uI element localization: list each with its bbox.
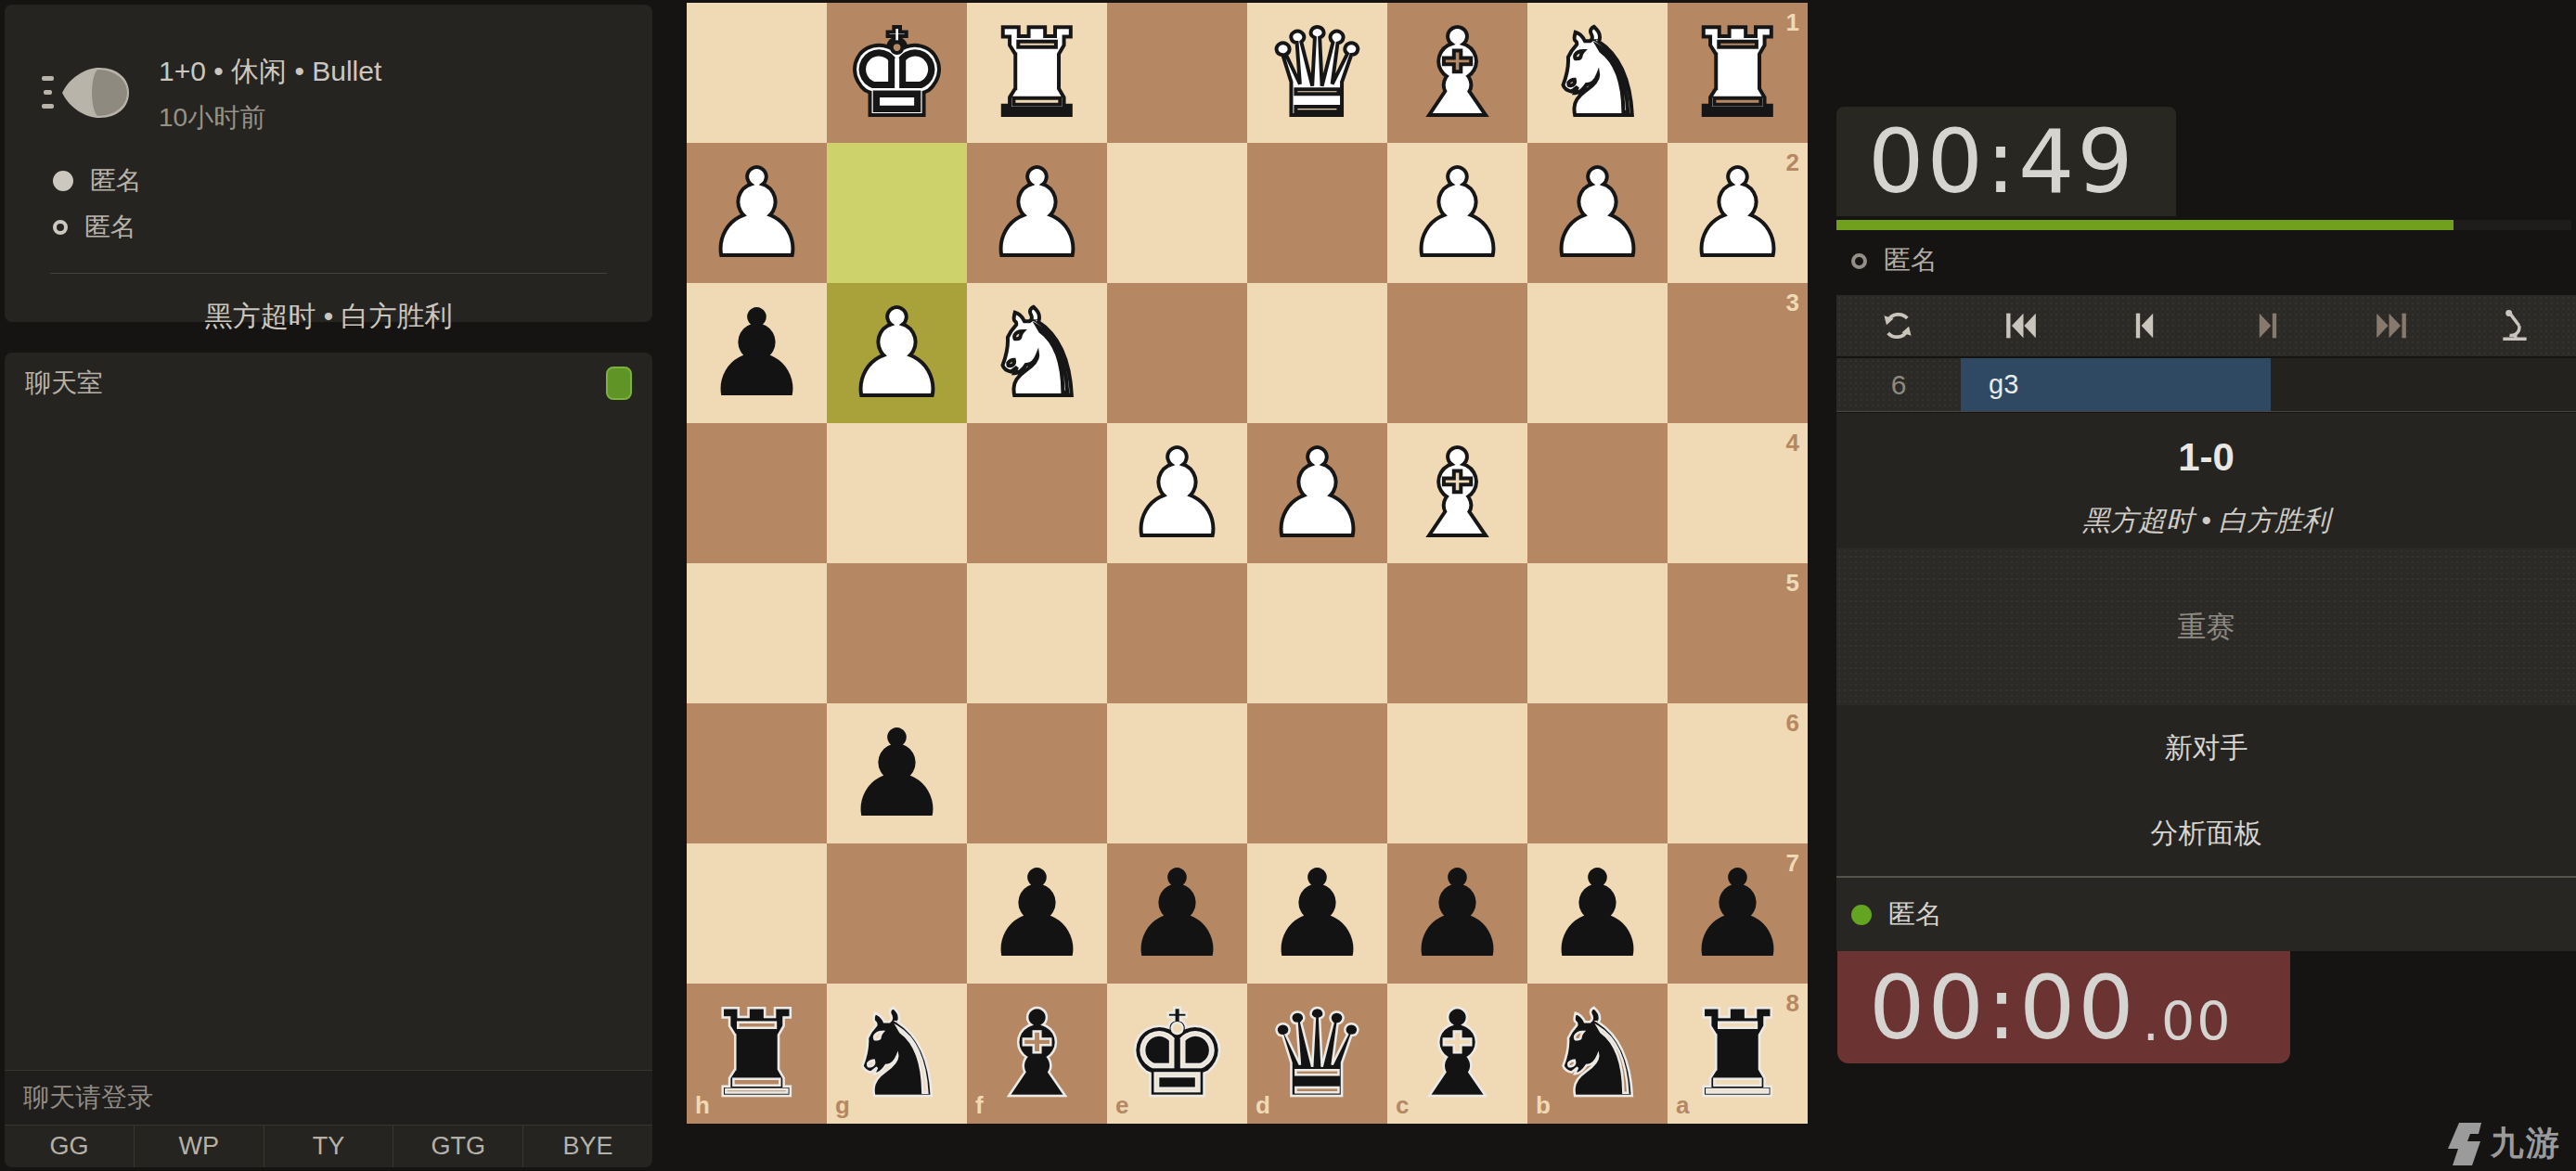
square-a8[interactable]: 8a♜ (1668, 984, 1808, 1124)
file-label-g: g (835, 1093, 850, 1117)
white-player-row: 匿名 (53, 163, 652, 199)
move-list-row: 6 g3 (1836, 358, 2576, 412)
divider (50, 273, 607, 274)
piece-white-pawn[interactable]: ♟ (702, 153, 811, 274)
piece-black-queen[interactable]: ♛ (1263, 994, 1372, 1114)
piece-black-knight[interactable]: ♞ (843, 994, 951, 1114)
square-c1[interactable]: ♝ (1387, 3, 1527, 143)
white-color-disc-icon (53, 171, 73, 191)
bullet-icon (42, 64, 131, 125)
previous-move-button[interactable] (2083, 295, 2207, 356)
chat-login-note: 聊天请登录 (5, 1070, 652, 1125)
next-move-button[interactable] (2206, 295, 2329, 356)
square-g8[interactable]: g♞ (827, 984, 967, 1124)
square-g4[interactable] (827, 423, 967, 563)
new-opponent-button[interactable]: 新对手 (1836, 705, 2576, 791)
piece-white-pawn[interactable]: ♟ (1543, 153, 1652, 274)
follow-up-actions: 新对手 分析面板 (1836, 705, 2576, 876)
piece-white-bishop[interactable]: ♝ (1403, 433, 1512, 554)
square-g1[interactable]: ♚ (827, 3, 967, 143)
game-meta-box: 1+0 • 休闲 • Bullet 10小时前 匿名 匿名 黑方超时 • 白方胜… (5, 5, 652, 322)
next-move-icon (2249, 307, 2286, 344)
last-move-icon (2373, 307, 2410, 344)
square-b1[interactable]: ♞ (1527, 3, 1668, 143)
piece-white-pawn[interactable]: ♟ (843, 293, 951, 414)
rank-label-7: 7 (1786, 851, 1799, 875)
square-h8[interactable]: h♜ (687, 984, 827, 1124)
file-label-f: f (975, 1093, 984, 1117)
file-label-c: c (1396, 1093, 1409, 1117)
square-h2[interactable]: ♟ (687, 143, 827, 283)
white-clock: 00:49 (1836, 107, 2176, 216)
chat-box: 聊天室 聊天请登录 GG WP TY GTG BYE (5, 353, 652, 1167)
flip-board-icon (1880, 308, 1915, 343)
square-d6[interactable] (1247, 703, 1387, 843)
square-a1[interactable]: 1♜ (1668, 3, 1808, 143)
chat-title: 聊天室 (25, 366, 103, 401)
piece-black-rook[interactable]: ♜ (1683, 994, 1792, 1114)
game-setup-text: 1+0 • 休闲 • Bullet (159, 53, 381, 91)
chess-board[interactable]: ♚♜♛♝♞1♜♟♟♟♟2♟♟♟♞3♟♟♝45♟6♟♟♟♟♟7♟h♜g♞f♝e♚d… (687, 3, 1808, 1124)
file-label-h: h (695, 1093, 710, 1117)
move-san-empty (2271, 358, 2576, 411)
black-player-row: 匿名 (53, 210, 652, 245)
square-h6[interactable] (687, 703, 827, 843)
bottom-player-row: 匿名 (1836, 878, 2576, 951)
square-c5[interactable] (1387, 563, 1527, 703)
analysis-panel-button[interactable]: 分析面板 (1836, 791, 2576, 876)
white-player-name: 匿名 (90, 163, 142, 199)
file-label-d: d (1256, 1093, 1270, 1117)
flip-board-button[interactable] (1836, 295, 1960, 356)
file-label-e: e (1115, 1093, 1128, 1117)
square-e3[interactable] (1107, 283, 1247, 423)
square-e1[interactable] (1107, 3, 1247, 143)
square-f6[interactable] (967, 703, 1107, 843)
anonymous-ring-icon (1851, 253, 1867, 269)
piece-white-pawn[interactable]: ♟ (1403, 153, 1512, 274)
black-color-disc-icon (53, 220, 68, 235)
square-h3[interactable]: ♟ (687, 283, 827, 423)
square-g2[interactable] (827, 143, 967, 283)
rank-label-4: 4 (1786, 431, 1799, 455)
watermark-text: 九游 (2491, 1121, 2561, 1166)
square-a2[interactable]: 2♟ (1668, 143, 1808, 283)
replay-controls (1836, 295, 2576, 356)
online-dot-icon (1851, 905, 1872, 925)
square-h5[interactable] (687, 563, 827, 703)
square-b4[interactable] (1527, 423, 1668, 563)
piece-white-queen[interactable]: ♛ (1263, 13, 1372, 134)
square-b6[interactable] (1527, 703, 1668, 843)
rank-label-1: 1 (1786, 10, 1799, 34)
rematch-button[interactable]: 重赛 (1836, 548, 2576, 705)
piece-black-pawn[interactable]: ♟ (702, 293, 811, 414)
chat-quick-wp-button[interactable]: WP (134, 1126, 264, 1167)
white-time-bar-fill (1836, 220, 2454, 230)
piece-black-pawn[interactable]: ♟ (1123, 854, 1231, 974)
result-status-text: 黑方超时 • 白方胜利 (1836, 502, 2576, 540)
square-f4[interactable] (967, 423, 1107, 563)
move-san-active[interactable]: g3 (1961, 358, 2271, 411)
piece-white-pawn[interactable]: ♟ (1123, 433, 1231, 554)
rank-label-6: 6 (1786, 711, 1799, 735)
square-h1[interactable] (687, 3, 827, 143)
square-g6[interactable]: ♟ (827, 703, 967, 843)
piece-white-rook[interactable]: ♜ (1683, 13, 1792, 134)
analysis-board-button[interactable] (2453, 295, 2576, 356)
piece-white-pawn[interactable]: ♟ (1263, 433, 1372, 554)
first-move-button[interactable] (1960, 295, 2083, 356)
previous-move-icon (2126, 307, 2163, 344)
right-sidebar: 00:49 匿名 (1836, 0, 2576, 1171)
square-f3[interactable]: ♞ (967, 283, 1107, 423)
square-e5[interactable] (1107, 563, 1247, 703)
watermark-logo-icon (2446, 1123, 2483, 1165)
game-result-text: 黑方超时 • 白方胜利 (5, 298, 652, 336)
rank-label-3: 3 (1786, 290, 1799, 315)
result-score: 1-0 (1836, 435, 2576, 480)
square-f2[interactable]: ♟ (967, 143, 1107, 283)
square-e8[interactable]: e♚ (1107, 984, 1247, 1124)
square-c4[interactable]: ♝ (1387, 423, 1527, 563)
game-time-ago: 10小时前 (159, 100, 381, 135)
file-label-b: b (1536, 1093, 1551, 1117)
chat-quick-ty-button[interactable]: TY (264, 1126, 393, 1167)
square-c2[interactable]: ♟ (1387, 143, 1527, 283)
rank-label-5: 5 (1786, 571, 1799, 595)
square-c6[interactable] (1387, 703, 1527, 843)
last-move-button[interactable] (2329, 295, 2453, 356)
move-number: 6 (1836, 358, 1961, 411)
square-h4[interactable] (687, 423, 827, 563)
result-box: 1-0 黑方超时 • 白方胜利 (1836, 413, 2576, 548)
square-b3[interactable] (1527, 283, 1668, 423)
chat-quick-bye-button[interactable]: BYE (522, 1126, 652, 1167)
piece-black-pawn[interactable]: ♟ (1543, 854, 1652, 974)
square-a5[interactable]: 5 (1668, 563, 1808, 703)
square-g3[interactable]: ♟ (827, 283, 967, 423)
chat-quick-buttons: GG WP TY GTG BYE (5, 1125, 652, 1167)
square-d5[interactable] (1247, 563, 1387, 703)
piece-black-rook[interactable]: ♜ (702, 994, 811, 1114)
piece-black-pawn[interactable]: ♟ (1403, 854, 1512, 974)
piece-black-king[interactable]: ♚ (1123, 994, 1231, 1114)
square-h7[interactable] (687, 843, 827, 984)
chat-quick-gg-button[interactable]: GG (5, 1126, 134, 1167)
black-player-name: 匿名 (84, 210, 136, 245)
first-move-icon (2003, 307, 2040, 344)
square-c7[interactable]: ♟ (1387, 843, 1527, 984)
site-watermark: 九游 (2446, 1121, 2561, 1166)
piece-white-pawn[interactable]: ♟ (983, 153, 1091, 274)
square-g7[interactable] (827, 843, 967, 984)
rank-label-2: 2 (1786, 150, 1799, 174)
square-e6[interactable] (1107, 703, 1247, 843)
top-player-row: 匿名 (1836, 232, 2576, 290)
square-a7[interactable]: 7♟ (1668, 843, 1808, 984)
square-d4[interactable]: ♟ (1247, 423, 1387, 563)
piece-white-knight[interactable]: ♞ (983, 293, 1091, 414)
left-sidebar: 1+0 • 休闲 • Bullet 10小时前 匿名 匿名 黑方超时 • 白方胜… (5, 5, 652, 1167)
square-f5[interactable] (967, 563, 1107, 703)
piece-white-king[interactable]: ♚ (843, 13, 951, 134)
bottom-player-name: 匿名 (1888, 896, 1942, 933)
piece-black-knight[interactable]: ♞ (1543, 994, 1652, 1114)
piece-black-pawn[interactable]: ♟ (843, 714, 951, 834)
square-g5[interactable] (827, 563, 967, 703)
square-b7[interactable]: ♟ (1527, 843, 1668, 984)
square-d2[interactable] (1247, 143, 1387, 283)
square-f1[interactable]: ♜ (967, 3, 1107, 143)
piece-black-bishop[interactable]: ♝ (1403, 994, 1512, 1114)
file-label-a: a (1676, 1093, 1689, 1117)
chat-messages (5, 401, 652, 1070)
square-e7[interactable]: ♟ (1107, 843, 1247, 984)
chat-quick-gtg-button[interactable]: GTG (393, 1126, 522, 1167)
square-d8[interactable]: d♛ (1247, 984, 1387, 1124)
square-f8[interactable]: f♝ (967, 984, 1107, 1124)
square-c3[interactable] (1387, 283, 1527, 423)
square-b8[interactable]: b♞ (1527, 984, 1668, 1124)
square-d1[interactable]: ♛ (1247, 3, 1387, 143)
piece-white-bishop[interactable]: ♝ (1403, 13, 1512, 134)
square-a3[interactable]: 3 (1668, 283, 1808, 423)
chat-toggle[interactable] (606, 367, 632, 400)
piece-white-knight[interactable]: ♞ (1543, 13, 1652, 134)
piece-black-pawn[interactable]: ♟ (1683, 854, 1792, 974)
square-e4[interactable]: ♟ (1107, 423, 1247, 563)
square-d3[interactable] (1247, 283, 1387, 423)
square-e2[interactable] (1107, 143, 1247, 283)
black-clock: 00:00.00 (1837, 951, 2290, 1063)
square-d7[interactable]: ♟ (1247, 843, 1387, 984)
microscope-icon (2497, 308, 2532, 343)
square-f7[interactable]: ♟ (967, 843, 1107, 984)
piece-white-pawn[interactable]: ♟ (1683, 153, 1792, 274)
square-a6[interactable]: 6 (1668, 703, 1808, 843)
piece-black-bishop[interactable]: ♝ (983, 994, 1091, 1114)
piece-black-pawn[interactable]: ♟ (1263, 854, 1372, 974)
white-time-bar (1836, 220, 2571, 230)
square-a4[interactable]: 4 (1668, 423, 1808, 563)
top-player-name: 匿名 (1884, 242, 1938, 279)
rank-label-8: 8 (1786, 991, 1799, 1015)
piece-black-pawn[interactable]: ♟ (983, 854, 1091, 974)
piece-white-rook[interactable]: ♜ (983, 13, 1091, 134)
square-c8[interactable]: c♝ (1387, 984, 1527, 1124)
square-b2[interactable]: ♟ (1527, 143, 1668, 283)
square-b5[interactable] (1527, 563, 1668, 703)
